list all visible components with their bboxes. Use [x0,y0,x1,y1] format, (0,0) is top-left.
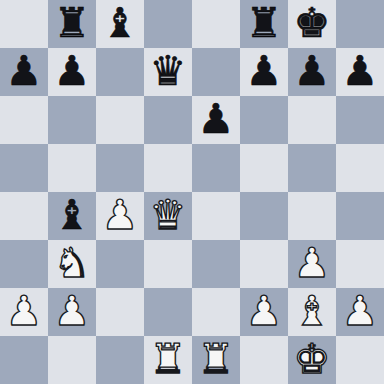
square-b8[interactable]: ♜ [48,0,96,48]
square-b6[interactable] [48,96,96,144]
square-b5[interactable] [48,144,96,192]
square-g1[interactable]: ♚ [288,336,336,384]
black-bishop-piece[interactable]: ♝ [54,191,91,239]
black-pawn-piece[interactable]: ♟ [342,47,379,95]
black-pawn-piece[interactable]: ♟ [294,47,331,95]
square-c8[interactable]: ♝ [96,0,144,48]
square-e1[interactable]: ♜ [192,336,240,384]
square-f2[interactable]: ♟ [240,288,288,336]
white-pawn-piece[interactable]: ♟ [102,191,139,239]
square-e3[interactable] [192,240,240,288]
white-rook-piece[interactable]: ♜ [150,335,187,383]
square-h7[interactable]: ♟ [336,48,384,96]
white-queen-piece[interactable]: ♛ [150,191,187,239]
square-b1[interactable] [48,336,96,384]
black-queen-piece[interactable]: ♛ [150,47,187,95]
square-d2[interactable] [144,288,192,336]
white-rook-piece[interactable]: ♜ [198,335,235,383]
square-d1[interactable]: ♜ [144,336,192,384]
square-b3[interactable]: ♞ [48,240,96,288]
square-e8[interactable] [192,0,240,48]
square-a4[interactable] [0,192,48,240]
square-a3[interactable] [0,240,48,288]
square-c1[interactable] [96,336,144,384]
square-c6[interactable] [96,96,144,144]
square-c4[interactable]: ♟ [96,192,144,240]
square-b2[interactable]: ♟ [48,288,96,336]
square-c3[interactable] [96,240,144,288]
square-h5[interactable] [336,144,384,192]
square-g6[interactable] [288,96,336,144]
white-pawn-piece[interactable]: ♟ [294,239,331,287]
square-a6[interactable] [0,96,48,144]
square-e7[interactable] [192,48,240,96]
square-f5[interactable] [240,144,288,192]
square-g5[interactable] [288,144,336,192]
white-pawn-piece[interactable]: ♟ [54,287,91,335]
square-e6[interactable]: ♟ [192,96,240,144]
square-h6[interactable] [336,96,384,144]
black-king-piece[interactable]: ♚ [294,0,331,47]
white-pawn-piece[interactable]: ♟ [342,287,379,335]
black-pawn-piece[interactable]: ♟ [198,95,235,143]
square-d5[interactable] [144,144,192,192]
square-h8[interactable] [336,0,384,48]
black-rook-piece[interactable]: ♜ [246,0,283,47]
square-g7[interactable]: ♟ [288,48,336,96]
square-c7[interactable] [96,48,144,96]
square-e5[interactable] [192,144,240,192]
square-e4[interactable] [192,192,240,240]
square-a7[interactable]: ♟ [0,48,48,96]
square-b4[interactable]: ♝ [48,192,96,240]
square-a5[interactable] [0,144,48,192]
square-g4[interactable] [288,192,336,240]
square-a1[interactable] [0,336,48,384]
black-pawn-piece[interactable]: ♟ [6,47,43,95]
white-bishop-piece[interactable]: ♝ [294,287,331,335]
square-d4[interactable]: ♛ [144,192,192,240]
square-e2[interactable] [192,288,240,336]
square-f1[interactable] [240,336,288,384]
square-d6[interactable] [144,96,192,144]
square-c2[interactable] [96,288,144,336]
chess-board: ♜♝♜♚♟♟♛♟♟♟♟♝♟♛♞♟♟♟♟♝♟♜♜♚ [0,0,384,384]
black-rook-piece[interactable]: ♜ [54,0,91,47]
square-b7[interactable]: ♟ [48,48,96,96]
square-f4[interactable] [240,192,288,240]
square-f3[interactable] [240,240,288,288]
square-d8[interactable] [144,0,192,48]
square-h1[interactable] [336,336,384,384]
white-pawn-piece[interactable]: ♟ [6,287,43,335]
square-a8[interactable] [0,0,48,48]
white-knight-piece[interactable]: ♞ [54,239,91,287]
square-d7[interactable]: ♛ [144,48,192,96]
square-g2[interactable]: ♝ [288,288,336,336]
white-king-piece[interactable]: ♚ [294,335,331,383]
square-d3[interactable] [144,240,192,288]
square-g8[interactable]: ♚ [288,0,336,48]
square-g3[interactable]: ♟ [288,240,336,288]
black-bishop-piece[interactable]: ♝ [102,0,139,47]
square-f7[interactable]: ♟ [240,48,288,96]
black-pawn-piece[interactable]: ♟ [246,47,283,95]
black-pawn-piece[interactable]: ♟ [54,47,91,95]
square-c5[interactable] [96,144,144,192]
square-h4[interactable] [336,192,384,240]
square-h2[interactable]: ♟ [336,288,384,336]
square-h3[interactable] [336,240,384,288]
square-f6[interactable] [240,96,288,144]
white-pawn-piece[interactable]: ♟ [246,287,283,335]
square-f8[interactable]: ♜ [240,0,288,48]
square-a2[interactable]: ♟ [0,288,48,336]
